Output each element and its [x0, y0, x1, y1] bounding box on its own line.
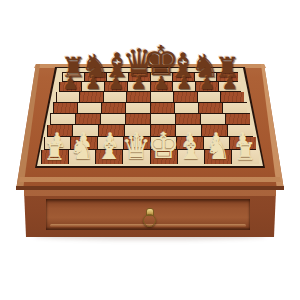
square-h2: [230, 137, 256, 149]
square-a4: [51, 114, 75, 125]
square-a1: [42, 150, 68, 164]
product-photo-scene: ♜♞♝♛♚♝♞♜♟♟♟♟♟♟♟♟♟♟♟♟♟♟♟♟♜♞♝♛♚♝♞♜: [0, 0, 300, 300]
square-h4: [226, 114, 250, 125]
square-d6: [127, 92, 150, 102]
square-d3: [125, 125, 150, 136]
square-g3: [202, 125, 227, 136]
square-c2: [98, 137, 124, 149]
square-f1: [178, 150, 204, 164]
square-b1: [69, 150, 95, 164]
square-d2: [124, 137, 150, 149]
square-h5: [223, 103, 246, 113]
square-e1: [151, 150, 177, 164]
square-a3: [48, 125, 73, 136]
square-d4: [126, 114, 150, 125]
square-c8: [107, 73, 128, 82]
square-a7: [60, 82, 82, 91]
square-e2: [151, 137, 177, 149]
square-a5: [54, 103, 77, 113]
square-f5: [175, 103, 198, 113]
square-g4: [201, 114, 225, 125]
square-a2: [45, 137, 71, 149]
square-h8: [217, 73, 238, 82]
square-e7: [151, 82, 173, 91]
square-b3: [73, 125, 98, 136]
square-b7: [82, 82, 104, 91]
square-b4: [76, 114, 100, 125]
square-h6: [221, 92, 244, 102]
square-c1: [96, 150, 122, 164]
square-d8: [129, 73, 150, 82]
board-rank-4: [50, 113, 250, 125]
square-a8: [63, 73, 84, 82]
board-rank-2: [44, 137, 256, 150]
square-b5: [78, 103, 101, 113]
board-rank-6: [56, 92, 244, 103]
square-g6: [198, 92, 221, 102]
square-g1: [205, 150, 231, 164]
square-b6: [80, 92, 103, 102]
square-d5: [126, 103, 149, 113]
board-rank-1: [41, 150, 259, 165]
board-rank-7: [59, 82, 241, 92]
square-f7: [173, 82, 195, 91]
square-f3: [176, 125, 201, 136]
square-g5: [199, 103, 222, 113]
square-f2: [177, 137, 203, 149]
square-a6: [57, 92, 80, 102]
square-h3: [228, 125, 253, 136]
square-b2: [71, 137, 97, 149]
square-g8: [195, 73, 216, 82]
square-c4: [101, 114, 125, 125]
square-e3: [151, 125, 176, 136]
board-rank-3: [47, 125, 253, 137]
square-b8: [85, 73, 106, 82]
square-f4: [176, 114, 200, 125]
square-f6: [174, 92, 197, 102]
chess-grid: [0, 72, 300, 164]
square-e6: [151, 92, 174, 102]
square-d7: [128, 82, 150, 91]
square-h1: [232, 150, 258, 164]
square-e5: [151, 103, 174, 113]
square-f8: [173, 73, 194, 82]
square-e4: [151, 114, 175, 125]
square-c6: [104, 92, 127, 102]
board-rank-5: [53, 102, 247, 113]
square-g7: [196, 82, 218, 91]
board-rank-8: [62, 72, 238, 82]
square-c7: [105, 82, 127, 91]
square-g2: [204, 137, 230, 149]
square-d1: [123, 150, 149, 164]
drawer-knob-icon: [143, 214, 156, 227]
square-h7: [219, 82, 241, 91]
square-c3: [99, 125, 124, 136]
square-c5: [102, 103, 125, 113]
square-e8: [151, 73, 172, 82]
